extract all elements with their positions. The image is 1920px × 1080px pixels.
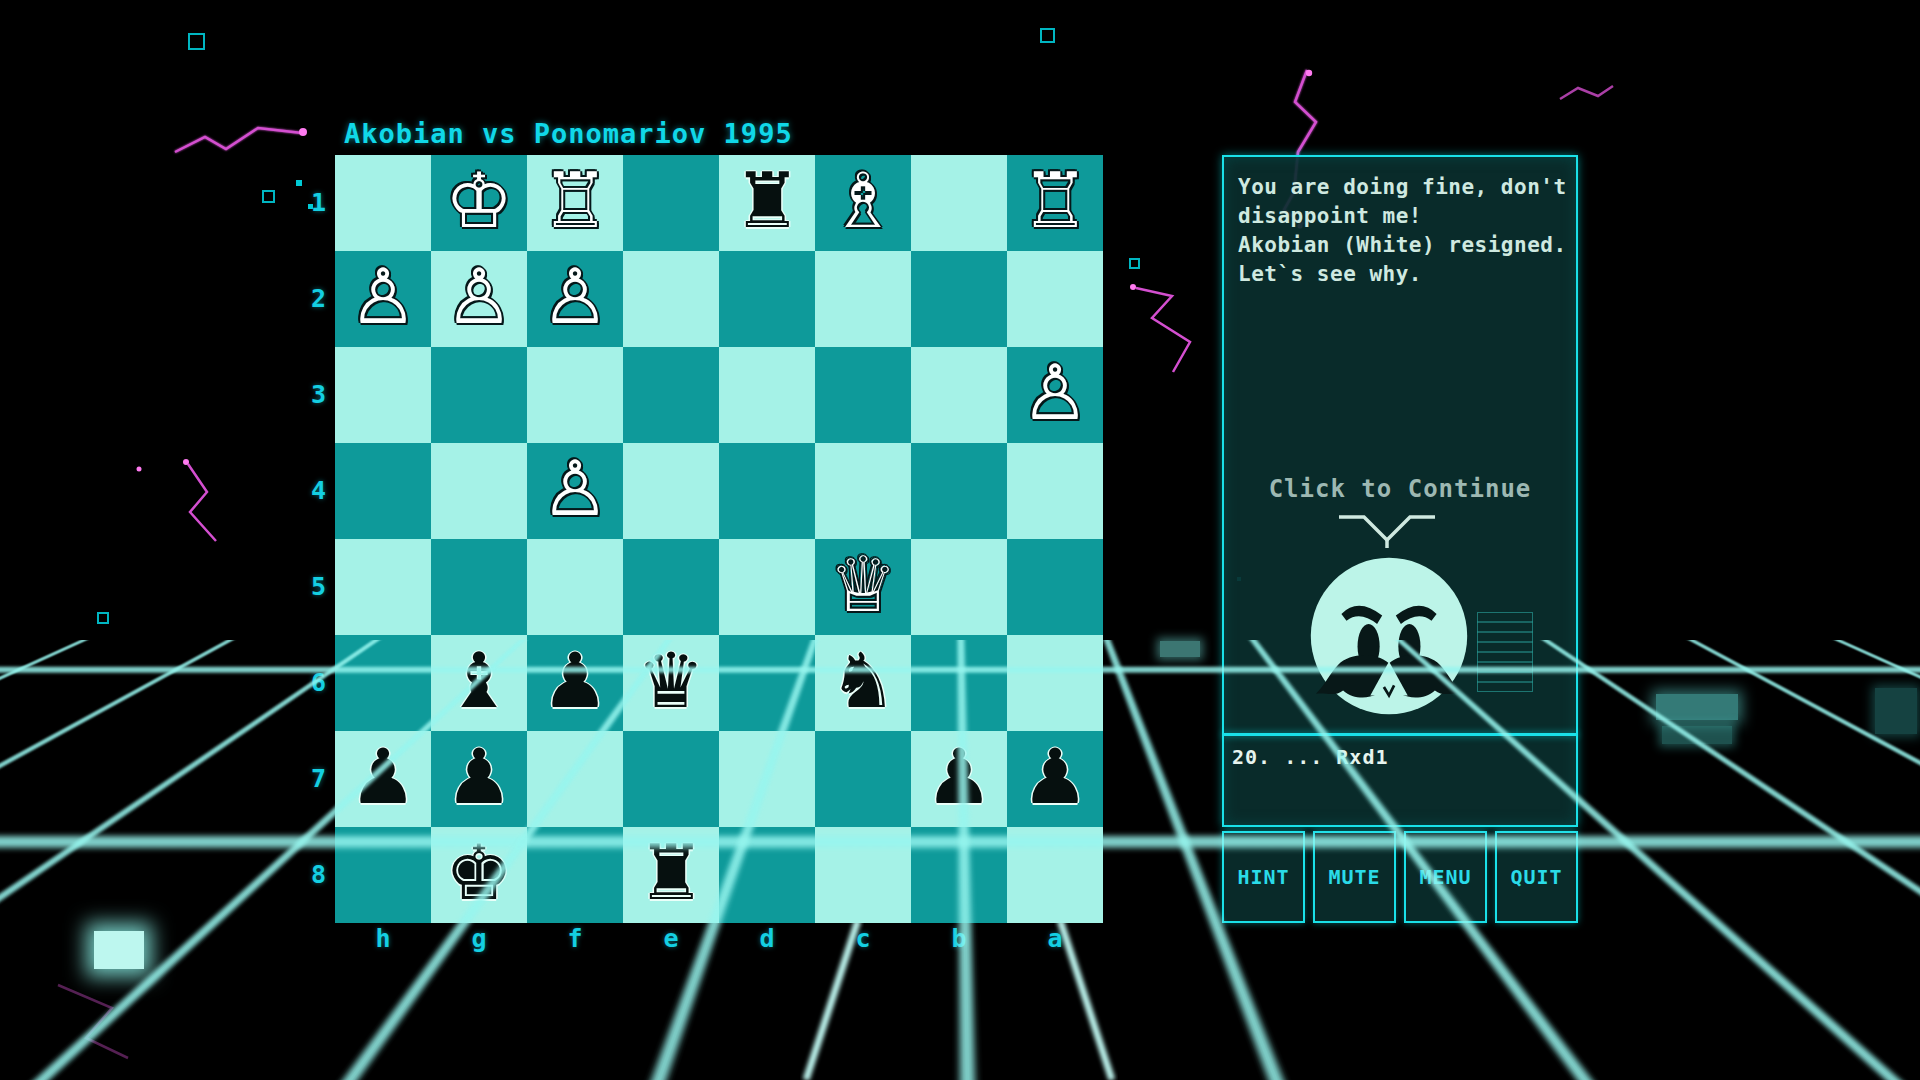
glow-block <box>1160 641 1200 657</box>
square-b5[interactable] <box>911 539 1007 635</box>
square-a3[interactable]: ♙ <box>1007 347 1103 443</box>
chess-board: ♔♖♜♗♖♙♙♙♙♙♕♝♟♛♞♟♟♟♟♚♜ <box>335 155 1103 923</box>
hint-button[interactable]: HINT <box>1222 831 1305 923</box>
square-c6[interactable]: ♞ <box>815 635 911 731</box>
square-d7[interactable] <box>719 731 815 827</box>
square-h3[interactable] <box>335 347 431 443</box>
square-d3[interactable] <box>719 347 815 443</box>
square-d4[interactable] <box>719 443 815 539</box>
square-c2[interactable] <box>815 251 911 347</box>
rank-label-2: 2 <box>286 251 326 347</box>
menu-button-row: HINT MUTE MENU QUIT <box>1222 831 1578 923</box>
square-b6[interactable] <box>911 635 1007 731</box>
square-h4[interactable] <box>335 443 431 539</box>
square-e8[interactable]: ♜ <box>623 827 719 923</box>
square-a1[interactable]: ♖ <box>1007 155 1103 251</box>
square-e7[interactable] <box>623 731 719 827</box>
glow-block <box>1662 726 1732 744</box>
square-d8[interactable] <box>719 827 815 923</box>
bot-message-line: You are doing fine, don't <box>1238 173 1568 202</box>
rank-labels: 12345678 <box>286 155 326 923</box>
black-pawn: ♟ <box>925 729 993 825</box>
square-b1[interactable] <box>911 155 1007 251</box>
rank-label-7: 7 <box>286 731 326 827</box>
black-pawn: ♟ <box>349 729 417 825</box>
file-label-a: a <box>1007 924 1103 953</box>
rank-label-8: 8 <box>286 827 326 923</box>
square-c4[interactable] <box>815 443 911 539</box>
square-g8[interactable]: ♚ <box>431 827 527 923</box>
square-f8[interactable] <box>527 827 623 923</box>
file-labels: hgfedcba <box>335 924 1103 958</box>
bot-message-line: disappoint me! <box>1238 202 1568 231</box>
square-d6[interactable] <box>719 635 815 731</box>
square-g4[interactable] <box>431 443 527 539</box>
square-a2[interactable] <box>1007 251 1103 347</box>
rank-label-4: 4 <box>286 443 326 539</box>
square-h8[interactable] <box>335 827 431 923</box>
square-h2[interactable]: ♙ <box>335 251 431 347</box>
square-e2[interactable] <box>623 251 719 347</box>
glow-block <box>94 931 144 969</box>
square-g7[interactable]: ♟ <box>431 731 527 827</box>
file-label-f: f <box>527 924 623 953</box>
square-c7[interactable] <box>815 731 911 827</box>
white-rook: ♖ <box>541 153 609 249</box>
square-f6[interactable]: ♟ <box>527 635 623 731</box>
white-pawn: ♙ <box>541 441 609 537</box>
black-knight: ♞ <box>829 633 897 729</box>
square-g6[interactable]: ♝ <box>431 635 527 731</box>
white-queen: ♕ <box>829 537 897 633</box>
bot-message-line: Let`s see why. <box>1238 260 1568 289</box>
black-pawn: ♟ <box>445 729 513 825</box>
square-c3[interactable] <box>815 347 911 443</box>
square-h6[interactable] <box>335 635 431 731</box>
pixel-star <box>97 612 109 624</box>
square-h7[interactable]: ♟ <box>335 731 431 827</box>
bot-face-icon <box>1304 551 1474 721</box>
terminal-decoration <box>1477 612 1533 692</box>
square-e1[interactable] <box>623 155 719 251</box>
black-pawn: ♟ <box>1021 729 1089 825</box>
square-e6[interactable]: ♛ <box>623 635 719 731</box>
white-pawn: ♙ <box>1021 345 1089 441</box>
black-pawn: ♟ <box>541 633 609 729</box>
file-label-c: c <box>815 924 911 953</box>
white-bishop: ♗ <box>829 153 897 249</box>
glow-block <box>1656 694 1738 720</box>
black-king: ♚ <box>445 825 513 921</box>
square-h1[interactable] <box>335 155 431 251</box>
click-to-continue-label[interactable]: Click to Continue <box>1224 475 1576 503</box>
black-queen: ♛ <box>637 633 705 729</box>
square-b3[interactable] <box>911 347 1007 443</box>
pixel-star <box>1129 258 1140 269</box>
square-e5[interactable] <box>623 539 719 635</box>
square-h5[interactable] <box>335 539 431 635</box>
rank-label-6: 6 <box>286 635 326 731</box>
chevron-down-icon[interactable] <box>1332 505 1472 555</box>
file-label-e: e <box>623 924 719 953</box>
black-rook: ♜ <box>733 153 801 249</box>
square-d5[interactable] <box>719 539 815 635</box>
square-f1[interactable]: ♖ <box>527 155 623 251</box>
square-b4[interactable] <box>911 443 1007 539</box>
square-a7[interactable]: ♟ <box>1007 731 1103 827</box>
pixel-star <box>1040 28 1055 43</box>
white-rook: ♖ <box>1021 153 1089 249</box>
game-title: Akobian vs Ponomariov 1995 <box>344 118 793 149</box>
square-f3[interactable] <box>527 347 623 443</box>
square-c1[interactable]: ♗ <box>815 155 911 251</box>
panel-divider <box>1222 733 1578 736</box>
pixel-star <box>262 190 275 203</box>
file-label-h: h <box>335 924 431 953</box>
menu-button[interactable]: MENU <box>1404 831 1487 923</box>
file-label-b: b <box>911 924 1007 953</box>
white-pawn: ♙ <box>541 249 609 345</box>
square-e4[interactable] <box>623 443 719 539</box>
bot-message: You are doing fine, don'tdisappoint me!A… <box>1238 173 1568 289</box>
quit-button[interactable]: QUIT <box>1495 831 1578 923</box>
square-f5[interactable] <box>527 539 623 635</box>
square-b8[interactable] <box>911 827 1007 923</box>
mute-button[interactable]: MUTE <box>1313 831 1396 923</box>
rank-label-5: 5 <box>286 539 326 635</box>
square-a4[interactable] <box>1007 443 1103 539</box>
black-rook: ♜ <box>637 825 705 921</box>
white-pawn: ♙ <box>349 249 417 345</box>
square-d1[interactable]: ♜ <box>719 155 815 251</box>
square-e3[interactable] <box>623 347 719 443</box>
square-a5[interactable] <box>1007 539 1103 635</box>
square-d2[interactable] <box>719 251 815 347</box>
square-g1[interactable]: ♔ <box>431 155 527 251</box>
square-b7[interactable]: ♟ <box>911 731 1007 827</box>
rank-label-3: 3 <box>286 347 326 443</box>
white-pawn: ♙ <box>445 249 513 345</box>
black-bishop: ♝ <box>445 633 513 729</box>
square-c8[interactable] <box>815 827 911 923</box>
square-c5[interactable]: ♕ <box>815 539 911 635</box>
pixel-star <box>188 33 205 50</box>
square-f4[interactable]: ♙ <box>527 443 623 539</box>
last-move-text: 20. ... Rxd1 <box>1232 745 1389 769</box>
square-f2[interactable]: ♙ <box>527 251 623 347</box>
rank-label-1: 1 <box>286 155 326 251</box>
file-label-g: g <box>431 924 527 953</box>
bot-dialog-panel[interactable]: You are doing fine, don'tdisappoint me!A… <box>1222 155 1578 827</box>
square-f7[interactable] <box>527 731 623 827</box>
white-king: ♔ <box>445 153 513 249</box>
square-g3[interactable] <box>431 347 527 443</box>
square-b2[interactable] <box>911 251 1007 347</box>
glow-block <box>1875 688 1917 734</box>
file-label-d: d <box>719 924 815 953</box>
square-a6[interactable] <box>1007 635 1103 731</box>
square-a8[interactable] <box>1007 827 1103 923</box>
square-g2[interactable]: ♙ <box>431 251 527 347</box>
square-g5[interactable] <box>431 539 527 635</box>
bot-message-line: Akobian (White) resigned. <box>1238 231 1568 260</box>
